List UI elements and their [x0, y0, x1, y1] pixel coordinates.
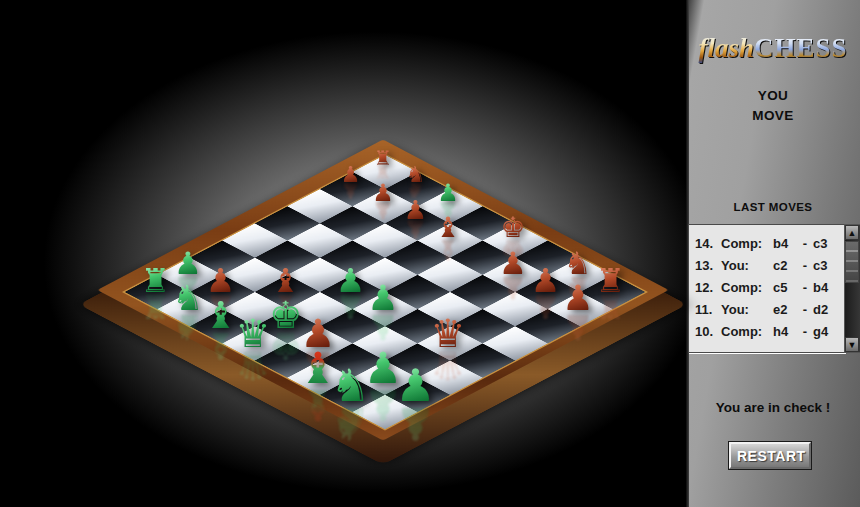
pawn-icon: ♟	[372, 181, 394, 205]
knight-icon: ♞	[564, 248, 592, 279]
king-icon: ♚	[500, 214, 525, 242]
rook-icon: ♜	[374, 148, 392, 168]
pawn-icon: ♟	[367, 281, 398, 316]
pawn-icon: ♟	[336, 264, 366, 297]
pawn-icon: ♟	[174, 248, 202, 279]
pawn-icon: ♟	[206, 264, 236, 297]
knight-icon: ♞	[330, 363, 370, 408]
bishop-icon: ♝	[271, 264, 301, 297]
queen-icon: ♛	[431, 314, 466, 353]
bishop-icon: ♝	[204, 297, 237, 334]
queen-icon: ♛	[236, 314, 271, 353]
pawn-icon: ♟	[562, 281, 593, 316]
bishop-icon: ♝	[435, 214, 460, 242]
pieces-layer: ♜♜♞♞♟♟♟♟♟♟♟♟♚♚♝♝♟♟♞♞♟♟♜♜♟♟♜♜♟♟♝♝♟♟♞♞♟♟♟♟…	[0, 0, 860, 507]
rook-icon: ♜	[141, 264, 171, 297]
pawn-icon: ♟	[404, 197, 427, 223]
pawn-icon: ♟	[437, 181, 459, 205]
pawn-icon: ♟	[531, 264, 561, 297]
knight-icon: ♞	[172, 281, 203, 316]
king-icon: ♚	[269, 297, 302, 334]
pawn-icon: ♟	[341, 164, 361, 186]
flashchess-app: ♜♜♞♞♟♟♟♟♟♟♟♟♚♚♝♝♟♟♞♞♟♟♜♜♟♟♜♜♟♟♝♝♟♟♞♞♟♟♟♟…	[0, 0, 860, 507]
pawn-icon: ♟	[499, 248, 527, 279]
pawn-icon: ♟	[395, 363, 435, 408]
rook-icon: ♜	[596, 264, 626, 297]
knight-icon: ♞	[406, 164, 426, 186]
